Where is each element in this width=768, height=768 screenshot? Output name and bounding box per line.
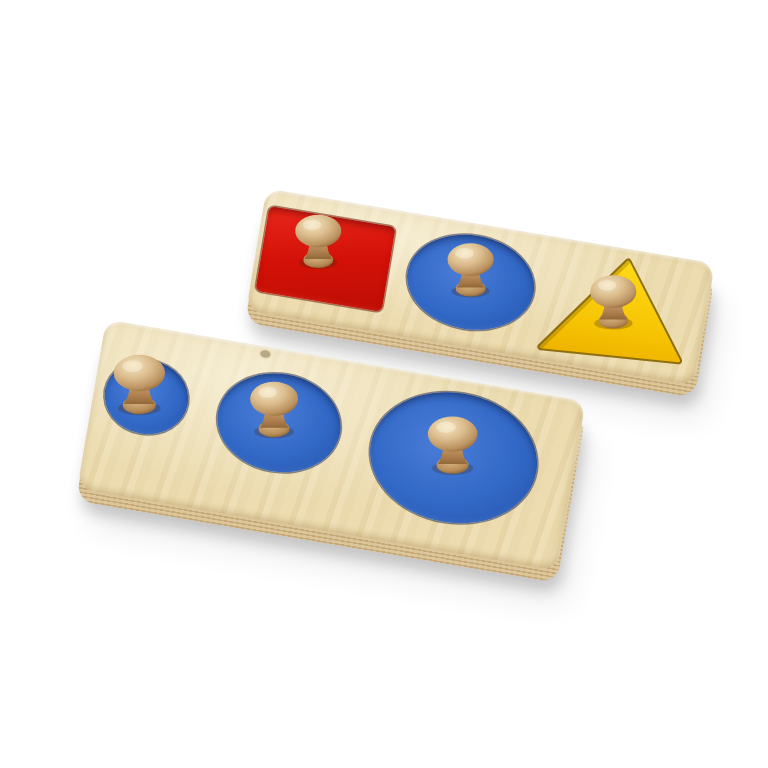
large-circle-knob[interactable] bbox=[426, 415, 480, 475]
blue-circle-knob[interactable] bbox=[446, 242, 496, 298]
yellow-triangle-knob[interactable] bbox=[588, 274, 638, 330]
small-circle-knob[interactable] bbox=[111, 354, 167, 416]
product-photo-scene bbox=[0, 0, 768, 768]
medium-circle-knob[interactable] bbox=[248, 381, 300, 439]
red-square-knob[interactable] bbox=[293, 214, 343, 270]
wood-knot bbox=[260, 350, 271, 359]
